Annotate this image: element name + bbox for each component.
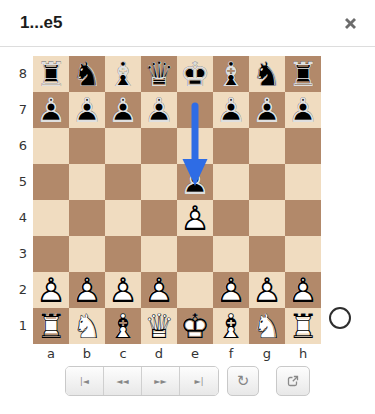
square-d3 bbox=[141, 236, 177, 272]
square-b2: ♟♙ bbox=[69, 272, 105, 308]
square-g5 bbox=[249, 164, 285, 200]
square-d4 bbox=[141, 200, 177, 236]
square-d8: ♛♕ bbox=[141, 56, 177, 92]
black-pawn: ♟♙ bbox=[141, 92, 177, 128]
black-bishop: ♝♗ bbox=[105, 56, 141, 92]
white-queen: ♛♕ bbox=[141, 308, 177, 344]
step-back-button[interactable]: ◄◄ bbox=[104, 367, 142, 395]
square-e7 bbox=[177, 92, 213, 128]
square-g4 bbox=[249, 200, 285, 236]
white-rook: ♜♖ bbox=[33, 308, 69, 344]
square-e8: ♚♔ bbox=[177, 56, 213, 92]
go-to-end-icon: ►| bbox=[195, 377, 204, 386]
square-d1: ♛♕ bbox=[141, 308, 177, 344]
white-rook: ♜♖ bbox=[285, 308, 321, 344]
white-pawn: ♟♙ bbox=[213, 272, 249, 308]
rank-label-5: 5 bbox=[0, 164, 27, 200]
square-f6 bbox=[213, 128, 249, 164]
square-a7: ♟♙ bbox=[33, 92, 69, 128]
square-e5: ♟♙ bbox=[177, 164, 213, 200]
file-label-a: a bbox=[33, 347, 69, 361]
square-h8: ♜♖ bbox=[285, 56, 321, 92]
white-pawn: ♟♙ bbox=[141, 272, 177, 308]
go-to-start-button[interactable]: |◄ bbox=[66, 367, 104, 395]
replay-toolbar: |◄ ◄◄ ►► ►| ↻ bbox=[0, 366, 375, 396]
square-a4 bbox=[33, 200, 69, 236]
white-pawn: ♟♙ bbox=[285, 272, 321, 308]
black-pawn: ♟♙ bbox=[177, 164, 213, 200]
square-h2: ♟♙ bbox=[285, 272, 321, 308]
square-f7: ♟♙ bbox=[213, 92, 249, 128]
rank-label-4: 4 bbox=[0, 200, 27, 236]
white-pawn: ♟♙ bbox=[249, 272, 285, 308]
square-g1: ♞♘ bbox=[249, 308, 285, 344]
file-label-c: c bbox=[105, 347, 141, 361]
rank-label-6: 6 bbox=[0, 128, 27, 164]
file-labels: abcdefgh bbox=[33, 347, 321, 361]
file-label-g: g bbox=[249, 347, 285, 361]
square-a3 bbox=[33, 236, 69, 272]
square-f1: ♝♗ bbox=[213, 308, 249, 344]
square-e4: ♟♙ bbox=[177, 200, 213, 236]
black-pawn: ♟♙ bbox=[69, 92, 105, 128]
square-c6 bbox=[105, 128, 141, 164]
open-external-icon bbox=[286, 374, 300, 388]
square-c1: ♝♗ bbox=[105, 308, 141, 344]
black-pawn: ♟♙ bbox=[105, 92, 141, 128]
popup-title: 1...e5 bbox=[20, 13, 63, 33]
square-b4 bbox=[69, 200, 105, 236]
rank-label-2: 2 bbox=[0, 272, 27, 308]
square-h6 bbox=[285, 128, 321, 164]
white-pawn: ♟♙ bbox=[105, 272, 141, 308]
square-e6 bbox=[177, 128, 213, 164]
square-c8: ♝♗ bbox=[105, 56, 141, 92]
square-e3 bbox=[177, 236, 213, 272]
square-b7: ♟♙ bbox=[69, 92, 105, 128]
black-pawn: ♟♙ bbox=[213, 92, 249, 128]
square-h7: ♟♙ bbox=[285, 92, 321, 128]
chess-move-popup: 1...e5 87654321 ♜♖♞♘♝♗♛♕♚♔♝♗♞♘♜♖♟♙♟♙♟♙♟♙… bbox=[0, 0, 375, 414]
go-to-start-icon: |◄ bbox=[80, 377, 89, 386]
square-h3 bbox=[285, 236, 321, 272]
square-f4 bbox=[213, 200, 249, 236]
square-g7: ♟♙ bbox=[249, 92, 285, 128]
open-external-button[interactable] bbox=[276, 366, 310, 396]
square-a2: ♟♙ bbox=[33, 272, 69, 308]
square-c2: ♟♙ bbox=[105, 272, 141, 308]
square-a1: ♜♖ bbox=[33, 308, 69, 344]
rank-label-8: 8 bbox=[0, 56, 27, 92]
square-c5 bbox=[105, 164, 141, 200]
square-a5 bbox=[33, 164, 69, 200]
square-e2 bbox=[177, 272, 213, 308]
square-b5 bbox=[69, 164, 105, 200]
rank-label-1: 1 bbox=[0, 308, 27, 344]
close-button[interactable] bbox=[339, 12, 362, 35]
file-label-h: h bbox=[285, 347, 321, 361]
square-g2: ♟♙ bbox=[249, 272, 285, 308]
nav-button-group: |◄ ◄◄ ►► ►| bbox=[65, 366, 219, 396]
flip-board-button[interactable]: ↻ bbox=[227, 366, 259, 396]
square-d6 bbox=[141, 128, 177, 164]
square-h1: ♜♖ bbox=[285, 308, 321, 344]
square-f5 bbox=[213, 164, 249, 200]
square-f3 bbox=[213, 236, 249, 272]
square-d7: ♟♙ bbox=[141, 92, 177, 128]
file-label-b: b bbox=[69, 347, 105, 361]
square-f8: ♝♗ bbox=[213, 56, 249, 92]
white-bishop: ♝♗ bbox=[213, 308, 249, 344]
step-forward-button[interactable]: ►► bbox=[142, 367, 180, 395]
flip-board-icon: ↻ bbox=[237, 372, 250, 390]
board-area: 87654321 ♜♖♞♘♝♗♛♕♚♔♝♗♞♘♜♖♟♙♟♙♟♙♟♙♟♙♟♙♟♙♟… bbox=[0, 47, 375, 360]
black-knight: ♞♘ bbox=[69, 56, 105, 92]
black-pawn: ♟♙ bbox=[249, 92, 285, 128]
square-g3 bbox=[249, 236, 285, 272]
white-to-move-indicator bbox=[329, 307, 351, 329]
black-knight: ♞♘ bbox=[249, 56, 285, 92]
square-h4 bbox=[285, 200, 321, 236]
chess-board: ♜♖♞♘♝♗♛♕♚♔♝♗♞♘♜♖♟♙♟♙♟♙♟♙♟♙♟♙♟♙♟♙♟♙♟♙♟♙♟♙… bbox=[33, 56, 321, 344]
step-forward-icon: ►► bbox=[154, 377, 166, 386]
white-knight: ♞♘ bbox=[249, 308, 285, 344]
black-bishop: ♝♗ bbox=[213, 56, 249, 92]
rank-label-7: 7 bbox=[0, 92, 27, 128]
white-king: ♚♔ bbox=[177, 308, 213, 344]
black-rook: ♜♖ bbox=[285, 56, 321, 92]
white-knight: ♞♘ bbox=[69, 308, 105, 344]
file-label-f: f bbox=[213, 347, 249, 361]
file-label-d: d bbox=[141, 347, 177, 361]
square-b1: ♞♘ bbox=[69, 308, 105, 344]
square-f2: ♟♙ bbox=[213, 272, 249, 308]
white-pawn: ♟♙ bbox=[33, 272, 69, 308]
black-pawn: ♟♙ bbox=[285, 92, 321, 128]
rank-labels: 87654321 bbox=[0, 56, 27, 344]
file-label-e: e bbox=[177, 347, 213, 361]
square-e1: ♚♔ bbox=[177, 308, 213, 344]
square-c4 bbox=[105, 200, 141, 236]
square-a6 bbox=[33, 128, 69, 164]
black-king: ♚♔ bbox=[177, 56, 213, 92]
square-d2: ♟♙ bbox=[141, 272, 177, 308]
square-b3 bbox=[69, 236, 105, 272]
rank-label-3: 3 bbox=[0, 236, 27, 272]
square-b6 bbox=[69, 128, 105, 164]
white-pawn: ♟♙ bbox=[177, 200, 213, 236]
square-b8: ♞♘ bbox=[69, 56, 105, 92]
square-g6 bbox=[249, 128, 285, 164]
step-back-icon: ◄◄ bbox=[116, 377, 128, 386]
square-a8: ♜♖ bbox=[33, 56, 69, 92]
popup-header: 1...e5 bbox=[0, 0, 375, 47]
square-c3 bbox=[105, 236, 141, 272]
white-pawn: ♟♙ bbox=[69, 272, 105, 308]
black-pawn: ♟♙ bbox=[33, 92, 69, 128]
white-bishop: ♝♗ bbox=[105, 308, 141, 344]
square-c7: ♟♙ bbox=[105, 92, 141, 128]
square-d5 bbox=[141, 164, 177, 200]
square-g8: ♞♘ bbox=[249, 56, 285, 92]
close-icon bbox=[343, 16, 358, 31]
go-to-end-button[interactable]: ►| bbox=[180, 367, 218, 395]
black-rook: ♜♖ bbox=[33, 56, 69, 92]
square-h5 bbox=[285, 164, 321, 200]
black-queen: ♛♕ bbox=[141, 56, 177, 92]
